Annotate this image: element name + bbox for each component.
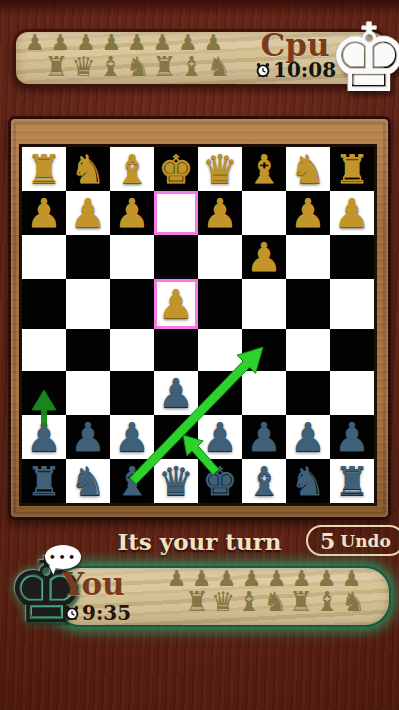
undo-button[interactable]: 5 Undo [306,525,399,556]
square[interactable] [242,279,286,329]
board-frame: ♜♞♝♚♛♝♞♜♟♟♟♟♟♟♟♟♟♟♟♟♟♟♟♟♜♞♝♛♚♝♞♜ [8,116,391,520]
slate-bishop: ♝ [114,459,150,503]
slate-pawn: ♟ [158,371,194,415]
square[interactable] [154,191,198,235]
square[interactable] [286,279,330,329]
white-king-icon: ♚ [327,12,399,106]
square[interactable] [198,235,242,279]
gold-king: ♚ [158,147,194,191]
slate-pawn: ♟ [70,415,106,459]
gold-queen: ♛ [202,147,238,191]
square[interactable]: ♞ [286,147,330,191]
you-tray-piece-silhouette: ♝ [236,588,262,615]
you-piece-tray: ♟♟♟♟♟♟♟♟ ♜♛♝♞♜♝♞ [164,568,366,615]
square[interactable]: ♜ [330,147,374,191]
cpu-tray-piece-silhouette: ♝ [178,53,205,80]
slate-knight: ♞ [70,459,106,503]
you-tray-piece-silhouette: ♝ [314,588,340,615]
square[interactable] [22,371,66,415]
alarm-clock-icon [255,62,271,78]
square[interactable]: ♛ [154,459,198,503]
square[interactable] [286,329,330,371]
square[interactable]: ♝ [242,147,286,191]
square[interactable] [198,371,242,415]
alarm-clock-icon [64,605,80,621]
square[interactable] [198,279,242,329]
square[interactable] [66,279,110,329]
slate-pawn: ♟ [246,415,282,459]
square[interactable] [22,279,66,329]
gold-knight: ♞ [290,147,326,191]
square[interactable] [66,235,110,279]
slate-rook: ♜ [26,459,62,503]
you-tray-piece-silhouette: ♛ [210,588,236,615]
square[interactable] [330,235,374,279]
cpu-clock: 10:08 [255,58,336,82]
cpu-tray-piece-silhouette: ♛ [70,53,97,80]
square[interactable] [242,191,286,235]
square[interactable]: ♟ [242,235,286,279]
square[interactable]: ♟ [286,415,330,459]
square[interactable]: ♞ [286,459,330,503]
square[interactable]: ♟ [66,415,110,459]
square[interactable]: ♜ [330,459,374,503]
gold-pawn: ♟ [114,191,150,235]
slate-bishop: ♝ [246,459,282,503]
square[interactable]: ♝ [110,147,154,191]
cpu-tray-piece-silhouette: ♜ [43,53,70,80]
square[interactable] [66,371,110,415]
square[interactable] [110,235,154,279]
slate-pawn: ♟ [26,415,62,459]
square[interactable]: ♟ [286,191,330,235]
square[interactable] [110,279,154,329]
square[interactable]: ♛ [198,147,242,191]
gold-pawn: ♟ [26,191,62,235]
cpu-tray-piece-silhouette: ♞ [124,53,151,80]
square[interactable]: ♟ [22,415,66,459]
square[interactable] [66,329,110,371]
square[interactable]: ♚ [198,459,242,503]
chess-app-screen: ♟♟♟♟♟♟♟♟ ♜♛♝♞♜♝♞ Cpu 10:08 ♚ ♜♞♝♚♛♝♞♜♟♟♟… [0,0,399,710]
you-clock: 9:35 [64,601,131,625]
square[interactable]: ♝ [110,459,154,503]
square[interactable]: ♞ [66,459,110,503]
square[interactable]: ♟ [198,191,242,235]
slate-queen: ♛ [158,459,194,503]
undo-label: Undo [340,531,390,551]
square[interactable] [286,235,330,279]
gold-bishop: ♝ [114,147,150,191]
gold-knight: ♞ [70,147,106,191]
square[interactable] [22,329,66,371]
square[interactable]: ♟ [110,191,154,235]
you-player-name: You [62,566,125,602]
gold-rook: ♜ [334,147,370,191]
square[interactable] [330,329,374,371]
square[interactable]: ♟ [330,415,374,459]
undo-count: 5 [320,528,335,554]
gold-pawn: ♟ [202,191,238,235]
cpu-tray-piece-silhouette: ♞ [205,53,232,80]
square[interactable] [198,329,242,371]
you-tray-piece-row: ♜♛♝♞♜♝♞ [184,588,366,615]
slate-king: ♚ [202,459,238,503]
slate-pawn: ♟ [290,415,326,459]
square[interactable]: ♟ [110,415,154,459]
square[interactable]: ♟ [22,191,66,235]
square[interactable]: ♟ [198,415,242,459]
square[interactable] [242,329,286,371]
square[interactable]: ♟ [154,279,198,329]
square[interactable] [286,371,330,415]
square[interactable] [110,329,154,371]
square[interactable]: ♟ [242,415,286,459]
square[interactable]: ♟ [330,191,374,235]
gold-pawn: ♟ [290,191,326,235]
square[interactable] [154,415,198,459]
gold-pawn: ♟ [334,191,370,235]
you-tray-piece-silhouette: ♞ [340,588,366,615]
square[interactable]: ♜ [22,147,66,191]
you-tray-piece-silhouette: ♜ [184,588,210,615]
slate-knight: ♞ [290,459,326,503]
square[interactable] [154,235,198,279]
slate-pawn: ♟ [202,415,238,459]
slate-pawn: ♟ [334,415,370,459]
gold-pawn: ♟ [158,282,194,326]
gold-pawn: ♟ [246,235,282,279]
speech-dots: ••• [48,551,77,564]
square[interactable] [330,371,374,415]
you-tray-piece-silhouette: ♞ [262,588,288,615]
gold-pawn: ♟ [70,191,106,235]
square[interactable] [330,279,374,329]
square[interactable]: ♟ [154,371,198,415]
cpu-tray-piece-silhouette: ♜ [151,53,178,80]
slate-pawn: ♟ [114,415,150,459]
gold-bishop: ♝ [246,147,282,191]
you-tray-piece-silhouette: ♜ [288,588,314,615]
cpu-piece-tray: ♟♟♟♟♟♟♟♟ ♜♛♝♞♜♝♞ [22,32,232,80]
slate-rook: ♜ [334,459,370,503]
square[interactable] [154,329,198,371]
square[interactable]: ♝ [242,459,286,503]
square[interactable]: ♜ [22,459,66,503]
square[interactable]: ♞ [66,147,110,191]
chess-board: ♜♞♝♚♛♝♞♜♟♟♟♟♟♟♟♟♟♟♟♟♟♟♟♟♜♞♝♛♚♝♞♜ [22,147,374,503]
you-time-value: 9:35 [82,601,131,625]
square[interactable] [22,235,66,279]
gold-rook: ♜ [26,147,62,191]
square[interactable]: ♚ [154,147,198,191]
square[interactable] [110,371,154,415]
cpu-tray-piece-row: ♜♛♝♞♜♝♞ [43,53,232,80]
square[interactable]: ♟ [66,191,110,235]
square[interactable] [242,371,286,415]
cpu-tray-piece-silhouette: ♝ [97,53,124,80]
